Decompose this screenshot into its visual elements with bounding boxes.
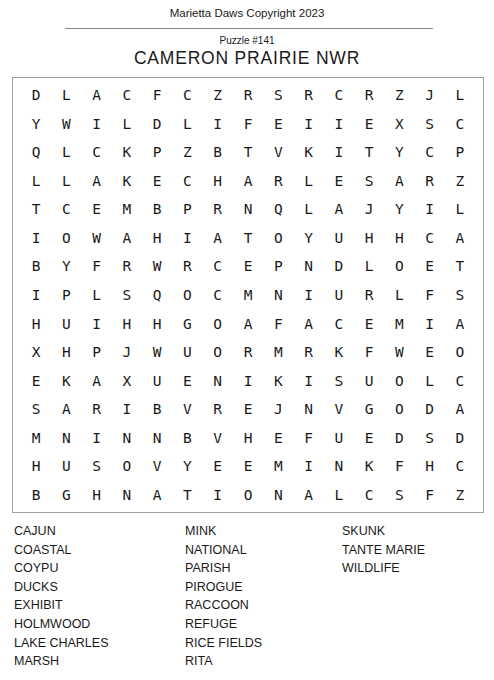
grid-cell-r2c10[interactable]: I [293,110,323,139]
grid-cell-r4c7[interactable]: H [203,167,233,196]
grid-cell-r8c13[interactable]: L [384,281,414,310]
grid-cell-r14c10[interactable]: I [293,452,323,481]
grid-cell-r7c12[interactable]: L [354,252,384,281]
grid-cell-r1c7[interactable]: Z [203,81,233,110]
word-item: PARISH [185,559,342,578]
grid-cell-r13c8[interactable]: H [233,423,263,452]
grid-cell-r11c5[interactable]: U [142,366,172,395]
grid-cell-r6c4[interactable]: A [112,224,142,253]
grid-cell-r1c5[interactable]: F [142,81,172,110]
grid-cell-r9c2[interactable]: U [51,309,81,338]
grid-cell-r4c14[interactable]: R [414,167,444,196]
grid-cell-r3c6[interactable]: Z [172,138,202,167]
word-item: EXHIBIT [14,596,185,615]
grid-cell-r3c4[interactable]: K [112,138,142,167]
grid-cell-r2c5[interactable]: D [142,110,172,139]
grid-cell-r8c2[interactable]: P [51,281,81,310]
grid-cell-r11c9[interactable]: K [263,366,293,395]
grid-cell-r6c1[interactable]: I [21,224,51,253]
grid-cell-r15c7[interactable]: I [203,480,233,509]
grid-cell-r14c12[interactable]: K [354,452,384,481]
grid-cell-r15c4[interactable]: N [112,480,142,509]
grid-cell-r7c8[interactable]: E [233,252,263,281]
grid-cell-r5c3[interactable]: E [82,195,112,224]
grid-cell-r7c9[interactable]: P [263,252,293,281]
grid-cell-r4c9[interactable]: R [263,167,293,196]
grid-cell-r2c11[interactable]: I [324,110,354,139]
grid-cell-r8c7[interactable]: C [203,281,233,310]
grid-cell-r7c2[interactable]: Y [51,252,81,281]
puzzle-page: Marietta Daws Copyright 2023 Puzzle #141… [0,0,494,680]
grid-cell-r1c15[interactable]: L [445,81,475,110]
grid-cell-r15c6[interactable]: T [172,480,202,509]
grid-cell-r12c5[interactable]: B [142,395,172,424]
grid-cell-r6c11[interactable]: U [324,224,354,253]
word-item: WILDLIFE [342,559,425,578]
grid-cell-r5c9[interactable]: Q [263,195,293,224]
grid-cell-r2c7[interactable]: I [203,110,233,139]
grid-cell-r10c12[interactable]: F [354,338,384,367]
grid-cell-r11c12[interactable]: U [354,366,384,395]
grid-cell-r13c14[interactable]: S [414,423,444,452]
grid-cell-r10c14[interactable]: E [414,338,444,367]
grid-cell-r3c13[interactable]: Y [384,138,414,167]
grid-cell-r10c4[interactable]: J [112,338,142,367]
grid-cell-r8c12[interactable]: R [354,281,384,310]
grid-cell-r6c7[interactable]: A [203,224,233,253]
grid-cell-r12c9[interactable]: J [263,395,293,424]
grid-cell-r8c15[interactable]: S [445,281,475,310]
grid-cell-r6c10[interactable]: Y [293,224,323,253]
grid-cell-r1c11[interactable]: C [324,81,354,110]
word-item: SKUNK [342,522,425,541]
grid-cell-r15c13[interactable]: S [384,480,414,509]
grid-cell-r1c1[interactable]: D [21,81,51,110]
grid-cell-r9c6[interactable]: G [172,309,202,338]
grid-cell-r2c1[interactable]: Y [21,110,51,139]
grid-cell-r6c5[interactable]: H [142,224,172,253]
grid-cell-r10c5[interactable]: W [142,338,172,367]
grid-cell-r3c7[interactable]: B [203,138,233,167]
grid-cell-r11c11[interactable]: S [324,366,354,395]
word-item: CAJUN [14,522,185,541]
grid-cell-r12c13[interactable]: O [384,395,414,424]
grid-cell-r7c4[interactable]: R [112,252,142,281]
grid-cell-r5c13[interactable]: Y [384,195,414,224]
grid-cell-r13c12[interactable]: E [354,423,384,452]
page-title: CAMERON PRAIRIE NWR [0,48,494,69]
grid-cell-r11c10[interactable]: I [293,366,323,395]
grid-cell-r3c2[interactable]: L [51,138,81,167]
grid-cell-r1c4[interactable]: C [112,81,142,110]
grid-cell-r5c14[interactable]: I [414,195,444,224]
grid-cell-r11c2[interactable]: K [51,366,81,395]
grid-cell-r8c11[interactable]: U [324,281,354,310]
grid-cell-r6c3[interactable]: W [82,224,112,253]
grid-cell-r2c6[interactable]: L [172,110,202,139]
grid-cell-r1c9[interactable]: S [263,81,293,110]
grid-cell-r6c9[interactable]: O [263,224,293,253]
grid-cell-r13c5[interactable]: N [142,423,172,452]
grid-cell-r5c4[interactable]: M [112,195,142,224]
grid-cell-r9c5[interactable]: H [142,309,172,338]
grid-cell-r2c13[interactable]: X [384,110,414,139]
grid-cell-r7c11[interactable]: D [324,252,354,281]
grid-cell-r8c6[interactable]: O [172,281,202,310]
word-item: PIROGUE [185,578,342,597]
grid-cell-r1c2[interactable]: L [51,81,81,110]
grid-cell-r7c15[interactable]: T [445,252,475,281]
grid-cell-r8c9[interactable]: N [263,281,293,310]
grid-cell-r3c8[interactable]: T [233,138,263,167]
grid-cell-r13c7[interactable]: V [203,423,233,452]
grid-cell-r3c12[interactable]: T [354,138,384,167]
word-item: COASTAL [14,541,185,560]
grid-cell-r4c11[interactable]: E [324,167,354,196]
grid-cell-r1c14[interactable]: J [414,81,444,110]
grid-cell-r5c11[interactable]: A [324,195,354,224]
grid-cell-r3c11[interactable]: I [324,138,354,167]
grid-cell-r5c7[interactable]: R [203,195,233,224]
grid-cell-r13c11[interactable]: U [324,423,354,452]
grid-cell-r8c4[interactable]: S [112,281,142,310]
grid-cell-r6c8[interactable]: T [233,224,263,253]
grid-cell-r3c5[interactable]: P [142,138,172,167]
grid-cell-r6c2[interactable]: O [51,224,81,253]
grid-cell-r9c1[interactable]: H [21,309,51,338]
grid-cell-r4c10[interactable]: L [293,167,323,196]
grid-cell-r1c3[interactable]: A [82,81,112,110]
grid-cell-r5c12[interactable]: J [354,195,384,224]
grid-cell-r9c8[interactable]: A [233,309,263,338]
grid-cell-r13c4[interactable]: N [112,423,142,452]
grid-cell-r7c13[interactable]: O [384,252,414,281]
grid-cell-r15c12[interactable]: C [354,480,384,509]
word-list-column-2: MINKNATIONALPARISHPIROGUERACCOONREFUGERI… [185,522,342,671]
grid-cell-r5c15[interactable]: L [445,195,475,224]
grid-cell-r3c1[interactable]: Q [21,138,51,167]
grid-cell-r5c8[interactable]: N [233,195,263,224]
grid-cell-r10c15[interactable]: O [445,338,475,367]
letter-grid: DLACFCZRSRCRZJLYWILDLIFEIIEXSCQLCKPZBTVK… [13,78,483,512]
puzzle-number: Puzzle #141 [0,35,494,46]
grid-cell-r15c3[interactable]: H [82,480,112,509]
grid-cell-r6c15[interactable]: A [445,224,475,253]
grid-cell-r12c11[interactable]: V [324,395,354,424]
grid-cell-r10c6[interactable]: U [172,338,202,367]
word-item: TANTE MARIE [342,541,425,560]
grid-cell-r13c2[interactable]: N [51,423,81,452]
grid-cell-r4c8[interactable]: A [233,167,263,196]
grid-cell-r10c13[interactable]: W [384,338,414,367]
grid-cell-r9c10[interactable]: A [293,309,323,338]
grid-cell-r12c7[interactable]: R [203,395,233,424]
word-list-column-3: SKUNKTANTE MARIEWILDLIFE [342,522,425,578]
grid-cell-r12c15[interactable]: A [445,395,475,424]
grid-cell-r15c15[interactable]: Z [445,480,475,509]
grid-cell-r7c14[interactable]: E [414,252,444,281]
grid-cell-r11c13[interactable]: O [384,366,414,395]
grid-cell-r5c6[interactable]: P [172,195,202,224]
grid-cell-r5c10[interactable]: L [293,195,323,224]
grid-cell-r9c12[interactable]: E [354,309,384,338]
grid-cell-r5c2[interactable]: C [51,195,81,224]
grid-cell-r9c13[interactable]: M [384,309,414,338]
grid-cell-r5c1[interactable]: T [21,195,51,224]
grid-cell-r2c9[interactable]: E [263,110,293,139]
grid-cell-r13c15[interactable]: D [445,423,475,452]
grid-cell-r11c1[interactable]: E [21,366,51,395]
grid-cell-r14c1[interactable]: H [21,452,51,481]
grid-cell-r3c15[interactable]: P [445,138,475,167]
grid-cell-r14c6[interactable]: Y [172,452,202,481]
grid-cell-r14c11[interactable]: N [324,452,354,481]
grid-cell-r13c1[interactable]: M [21,423,51,452]
grid-cell-r11c6[interactable]: E [172,366,202,395]
grid-cell-r12c14[interactable]: D [414,395,444,424]
grid-cell-r12c12[interactable]: G [354,395,384,424]
grid-cell-r6c12[interactable]: H [354,224,384,253]
grid-cell-r5c5[interactable]: B [142,195,172,224]
grid-cell-r4c15[interactable]: Z [445,167,475,196]
word-item: HOLMWOOD [14,615,185,634]
grid-cell-r4c2[interactable]: L [51,167,81,196]
grid-cell-r12c2[interactable]: A [51,395,81,424]
grid-cell-r10c1[interactable]: X [21,338,51,367]
grid-cell-r7c10[interactable]: N [293,252,323,281]
grid-cell-r15c10[interactable]: A [293,480,323,509]
grid-cell-r1c12[interactable]: R [354,81,384,110]
grid-cell-r10c9[interactable]: M [263,338,293,367]
grid-cell-r9c14[interactable]: I [414,309,444,338]
grid-cell-r4c6[interactable]: C [172,167,202,196]
grid-cell-r8c14[interactable]: F [414,281,444,310]
grid-cell-r12c4[interactable]: I [112,395,142,424]
grid-cell-r3c9[interactable]: V [263,138,293,167]
grid-cell-r9c11[interactable]: C [324,309,354,338]
grid-cell-r2c14[interactable]: S [414,110,444,139]
word-item: NATIONAL [185,541,342,560]
grid-cell-r9c9[interactable]: F [263,309,293,338]
grid-cell-r14c9[interactable]: M [263,452,293,481]
grid-cell-r4c1[interactable]: L [21,167,51,196]
word-item: DUCKS [14,578,185,597]
grid-cell-r9c7[interactable]: O [203,309,233,338]
word-item: RACCOON [185,596,342,615]
grid-cell-r13c6[interactable]: B [172,423,202,452]
grid-cell-r6c6[interactable]: I [172,224,202,253]
word-item: COYPU [14,559,185,578]
grid-cell-r12c1[interactable]: S [21,395,51,424]
grid-cell-r14c3[interactable]: S [82,452,112,481]
grid-cell-r13c10[interactable]: F [293,423,323,452]
word-item: MARSH [14,652,185,671]
header-divider [65,28,433,29]
grid-cell-r10c8[interactable]: R [233,338,263,367]
grid-cell-r11c7[interactable]: N [203,366,233,395]
grid-cell-r7c1[interactable]: B [21,252,51,281]
grid-cell-r4c4[interactable]: K [112,167,142,196]
grid-cell-r14c2[interactable]: U [51,452,81,481]
grid-cell-r7c7[interactable]: C [203,252,233,281]
grid-cell-r11c8[interactable]: I [233,366,263,395]
grid-cell-r13c13[interactable]: D [384,423,414,452]
grid-cell-r13c9[interactable]: E [263,423,293,452]
grid-cell-r2c8[interactable]: F [233,110,263,139]
word-item: RICE FIELDS [185,634,342,653]
grid-cell-r10c10[interactable]: R [293,338,323,367]
word-item: RITA [185,652,342,671]
grid-cell-r1c8[interactable]: R [233,81,263,110]
grid-cell-r2c4[interactable]: L [112,110,142,139]
grid-cell-r14c4[interactable]: O [112,452,142,481]
grid-cell-r14c15[interactable]: C [445,452,475,481]
grid-cell-r3c14[interactable]: C [414,138,444,167]
grid-cell-r15c1[interactable]: B [21,480,51,509]
copyright-text: Marietta Daws Copyright 2023 [0,7,494,19]
grid-cell-r10c7[interactable]: O [203,338,233,367]
grid-cell-r13c3[interactable]: I [82,423,112,452]
grid-cell-r6c13[interactable]: H [384,224,414,253]
grid-cell-r12c6[interactable]: V [172,395,202,424]
grid-cell-r8c8[interactable]: M [233,281,263,310]
grid-cell-r11c4[interactable]: X [112,366,142,395]
grid-cell-r14c5[interactable]: V [142,452,172,481]
grid-cell-r7c6[interactable]: R [172,252,202,281]
grid-cell-r8c10[interactable]: I [293,281,323,310]
grid-cell-r9c15[interactable]: A [445,309,475,338]
grid-cell-r8c3[interactable]: L [82,281,112,310]
grid-cell-r4c13[interactable]: A [384,167,414,196]
grid-cell-r2c12[interactable]: E [354,110,384,139]
grid-cell-r11c15[interactable]: C [445,366,475,395]
grid-cell-r15c11[interactable]: L [324,480,354,509]
word-list-column-1: CAJUNCOASTALCOYPUDUCKSEXHIBITHOLMWOODLAK… [14,522,185,671]
grid-cell-r10c11[interactable]: K [324,338,354,367]
word-item: MINK [185,522,342,541]
grid-cell-r10c2[interactable]: H [51,338,81,367]
grid-cell-r2c3[interactable]: I [82,110,112,139]
grid-cell-r8c5[interactable]: Q [142,281,172,310]
grid-cell-r2c2[interactable]: W [51,110,81,139]
grid-cell-r3c3[interactable]: C [82,138,112,167]
grid-cell-r9c3[interactable]: I [82,309,112,338]
grid-cell-r4c3[interactable]: A [82,167,112,196]
word-item: REFUGE [185,615,342,634]
grid-cell-r12c8[interactable]: E [233,395,263,424]
word-list: CAJUNCOASTALCOYPUDUCKSEXHIBITHOLMWOODLAK… [14,522,425,671]
grid-cell-r10c3[interactable]: P [82,338,112,367]
grid-cell-r12c3[interactable]: R [82,395,112,424]
grid-cell-r2c15[interactable]: C [445,110,475,139]
grid-cell-r15c2[interactable]: G [51,480,81,509]
grid-cell-r6c14[interactable]: C [414,224,444,253]
grid-cell-r14c13[interactable]: F [384,452,414,481]
grid-cell-r15c14[interactable]: F [414,480,444,509]
grid-cell-r4c12[interactable]: S [354,167,384,196]
grid-cell-r11c3[interactable]: A [82,366,112,395]
grid-cell-r9c4[interactable]: H [112,309,142,338]
grid-cell-r1c13[interactable]: Z [384,81,414,110]
grid-cell-r1c6[interactable]: C [172,81,202,110]
grid-cell-r15c8[interactable]: O [233,480,263,509]
grid-cell-r12c10[interactable]: N [293,395,323,424]
grid-cell-r1c10[interactable]: R [293,81,323,110]
grid-cell-r14c7[interactable]: E [203,452,233,481]
grid-cell-r3c10[interactable]: K [293,138,323,167]
grid-cell-r4c5[interactable]: E [142,167,172,196]
grid-cell-r14c14[interactable]: H [414,452,444,481]
grid-cell-r8c1[interactable]: I [21,281,51,310]
grid-cell-r11c14[interactable]: L [414,366,444,395]
grid-cell-r7c5[interactable]: W [142,252,172,281]
grid-cell-r14c8[interactable]: E [233,452,263,481]
grid-cell-r15c5[interactable]: A [142,480,172,509]
grid-cell-r7c3[interactable]: F [82,252,112,281]
grid-cell-r15c9[interactable]: N [263,480,293,509]
word-item: LAKE CHARLES [14,634,185,653]
word-search-grid: DLACFCZRSRCRZJLYWILDLIFEIIEXSCQLCKPZBTVK… [12,77,484,513]
